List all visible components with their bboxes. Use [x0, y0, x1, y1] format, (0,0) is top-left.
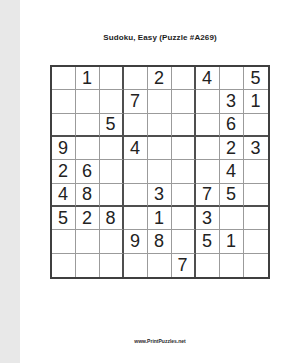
cell-r9c3 [100, 254, 124, 277]
cell-r6c3 [100, 184, 124, 207]
cell-r7c7: 3 [196, 207, 220, 230]
cell-r2c8: 3 [220, 90, 244, 113]
cell-r6c5: 3 [148, 184, 172, 207]
cell-r6c1: 4 [52, 184, 76, 207]
cell-r9c7 [196, 254, 220, 277]
cell-r5c3 [100, 160, 124, 183]
cell-r4c2 [76, 137, 100, 160]
cell-r8c6 [172, 230, 196, 253]
cell-r1c6 [172, 67, 196, 90]
cell-r3c8: 6 [220, 114, 244, 137]
cell-r3c1 [52, 114, 76, 137]
cell-r2c7 [196, 90, 220, 113]
cell-r5c9 [244, 160, 268, 183]
cell-r2c2 [76, 90, 100, 113]
cell-r7c5: 1 [148, 207, 172, 230]
cell-r9c5 [148, 254, 172, 277]
cell-r1c4 [124, 67, 148, 90]
cell-r3c7 [196, 114, 220, 137]
cell-r4c5 [148, 137, 172, 160]
cell-r2c3 [100, 90, 124, 113]
cell-r3c6 [172, 114, 196, 137]
cell-r3c9 [244, 114, 268, 137]
cell-r4c3 [100, 137, 124, 160]
cell-r5c7 [196, 160, 220, 183]
cell-r7c9 [244, 207, 268, 230]
cell-r5c8: 4 [220, 160, 244, 183]
cell-r1c8 [220, 67, 244, 90]
cell-r7c1: 5 [52, 207, 76, 230]
cell-r6c9 [244, 184, 268, 207]
cell-r8c8: 1 [220, 230, 244, 253]
cell-r3c4 [124, 114, 148, 137]
cell-r7c3: 8 [100, 207, 124, 230]
cell-r6c6 [172, 184, 196, 207]
cell-r4c1: 9 [52, 137, 76, 160]
cell-r7c8 [220, 207, 244, 230]
cell-r1c9: 5 [244, 67, 268, 90]
cell-r4c6 [172, 137, 196, 160]
cell-r9c8 [220, 254, 244, 277]
cell-r3c5 [148, 114, 172, 137]
cell-r5c6 [172, 160, 196, 183]
page-title: Sudoku, Easy (Puzzle #A269) [20, 33, 301, 42]
cell-r8c7: 5 [196, 230, 220, 253]
footer-url: www.PrintPuzzles.net [20, 338, 301, 344]
cell-r8c3 [100, 230, 124, 253]
cell-r5c4 [124, 160, 148, 183]
cell-r6c8: 5 [220, 184, 244, 207]
cell-r3c2 [76, 114, 100, 137]
cell-r2c5 [148, 90, 172, 113]
cell-r4c8: 2 [220, 137, 244, 160]
cell-r5c2: 6 [76, 160, 100, 183]
cell-r2c6 [172, 90, 196, 113]
cell-r9c9 [244, 254, 268, 277]
cell-r6c7: 7 [196, 184, 220, 207]
cell-r9c1 [52, 254, 76, 277]
cell-r8c1 [52, 230, 76, 253]
cell-r9c2 [76, 254, 100, 277]
cell-r4c7 [196, 137, 220, 160]
cell-r1c1 [52, 67, 76, 90]
sudoku-page: Sudoku, Easy (Puzzle #A269) 124573156942… [20, 0, 301, 363]
cell-r2c4: 7 [124, 90, 148, 113]
cell-r8c4: 9 [124, 230, 148, 253]
cell-r1c2: 1 [76, 67, 100, 90]
cell-r5c5 [148, 160, 172, 183]
cell-r1c7: 4 [196, 67, 220, 90]
cell-r3c3: 5 [100, 114, 124, 137]
cell-r9c4 [124, 254, 148, 277]
cell-r5c1: 2 [52, 160, 76, 183]
cell-r8c5: 8 [148, 230, 172, 253]
cell-r1c3 [100, 67, 124, 90]
cell-r7c2: 2 [76, 207, 100, 230]
cell-r4c9: 3 [244, 137, 268, 160]
cell-r4c4: 4 [124, 137, 148, 160]
cell-r2c9: 1 [244, 90, 268, 113]
cell-r7c6 [172, 207, 196, 230]
cell-r8c2 [76, 230, 100, 253]
cell-r6c2: 8 [76, 184, 100, 207]
cell-r1c5: 2 [148, 67, 172, 90]
cell-r7c4 [124, 207, 148, 230]
cell-r6c4 [124, 184, 148, 207]
cell-r2c1 [52, 90, 76, 113]
sudoku-board: 1245731569423264483755281398517 [50, 65, 270, 279]
cell-r9c6: 7 [172, 254, 196, 277]
cell-r8c9 [244, 230, 268, 253]
